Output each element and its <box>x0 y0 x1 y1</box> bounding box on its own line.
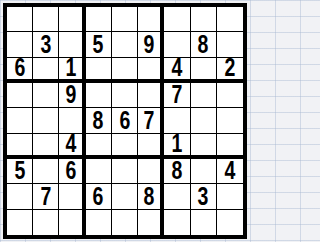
cell-r1c8[interactable] <box>191 7 217 32</box>
given-digit: 7 <box>40 184 51 209</box>
given-digit: 1 <box>172 134 183 158</box>
given-digit: 6 <box>14 58 25 82</box>
cell-r8c5[interactable] <box>112 184 138 209</box>
cell-r7c6[interactable] <box>138 159 164 184</box>
cell-r5c4[interactable]: 8 <box>86 108 112 133</box>
cell-r3c3[interactable]: 1 <box>59 58 85 83</box>
given-digit: 5 <box>14 159 25 184</box>
cell-r5c5[interactable]: 6 <box>112 108 138 133</box>
given-digit: 6 <box>93 184 104 209</box>
cell-r9c2[interactable] <box>33 210 59 235</box>
cell-r9c4[interactable] <box>86 210 112 235</box>
cell-r8c7[interactable] <box>164 184 190 209</box>
cell-r1c7[interactable] <box>164 7 190 32</box>
cell-r6c4[interactable] <box>86 134 112 159</box>
cell-r3c4[interactable] <box>86 58 112 83</box>
cell-r4c7[interactable]: 7 <box>164 83 190 108</box>
given-digit: 8 <box>172 159 183 184</box>
cell-r9c5[interactable] <box>112 210 138 235</box>
cell-r5c9[interactable] <box>217 108 243 133</box>
cell-r8c3[interactable] <box>59 184 85 209</box>
cell-r4c8[interactable] <box>191 83 217 108</box>
cell-r5c6[interactable]: 7 <box>138 108 164 133</box>
cell-r4c2[interactable] <box>33 83 59 108</box>
cell-r3c9[interactable]: 2 <box>217 58 243 83</box>
given-digit: 8 <box>93 108 104 133</box>
given-digit: 6 <box>119 108 130 133</box>
cell-r9c8[interactable] <box>191 210 217 235</box>
cell-r9c6[interactable] <box>138 210 164 235</box>
cell-r5c7[interactable] <box>164 108 190 133</box>
cell-r7c7[interactable]: 8 <box>164 159 190 184</box>
cell-r7c4[interactable] <box>86 159 112 184</box>
given-digit: 4 <box>172 58 183 82</box>
cell-r7c8[interactable] <box>191 159 217 184</box>
cell-r6c7[interactable]: 1 <box>164 134 190 159</box>
given-digit: 5 <box>93 32 104 57</box>
given-digit: 4 <box>224 159 235 184</box>
cell-r4c4[interactable] <box>86 83 112 108</box>
cell-r4c5[interactable] <box>112 83 138 108</box>
cell-r2c4[interactable]: 5 <box>86 32 112 57</box>
given-digit: 3 <box>198 184 209 209</box>
cell-r9c3[interactable] <box>59 210 85 235</box>
cell-r6c3[interactable]: 4 <box>59 134 85 159</box>
given-digit: 1 <box>65 58 76 82</box>
sudoku-board: 35986142978674156847683 <box>3 3 247 239</box>
cell-r2c8[interactable]: 8 <box>191 32 217 57</box>
cell-r1c9[interactable] <box>217 7 243 32</box>
cell-r7c3[interactable]: 6 <box>59 159 85 184</box>
cell-r9c9[interactable] <box>217 210 243 235</box>
cell-r7c2[interactable] <box>33 159 59 184</box>
cell-r6c1[interactable] <box>7 134 33 159</box>
cell-r7c5[interactable] <box>112 159 138 184</box>
cell-r6c5[interactable] <box>112 134 138 159</box>
given-digit: 6 <box>65 159 76 184</box>
cell-r2c7[interactable] <box>164 32 190 57</box>
cell-r2c3[interactable] <box>59 32 85 57</box>
cell-r4c3[interactable]: 9 <box>59 83 85 108</box>
given-digit: 9 <box>65 83 76 108</box>
cell-r1c4[interactable] <box>86 7 112 32</box>
given-digit: 9 <box>144 32 155 57</box>
cell-r1c5[interactable] <box>112 7 138 32</box>
cell-r8c6[interactable]: 8 <box>138 184 164 209</box>
cell-r1c2[interactable] <box>33 7 59 32</box>
given-digit: 3 <box>40 32 51 57</box>
cell-r3c8[interactable] <box>191 58 217 83</box>
cell-r9c7[interactable] <box>164 210 190 235</box>
cell-r6c8[interactable] <box>191 134 217 159</box>
cell-r2c1[interactable] <box>7 32 33 57</box>
cell-r2c2[interactable]: 3 <box>33 32 59 57</box>
cell-r5c2[interactable] <box>33 108 59 133</box>
cell-r2c5[interactable] <box>112 32 138 57</box>
cell-r1c1[interactable] <box>7 7 33 32</box>
cell-r8c9[interactable] <box>217 184 243 209</box>
cell-r3c7[interactable]: 4 <box>164 58 190 83</box>
cell-r8c4[interactable]: 6 <box>86 184 112 209</box>
cell-r3c5[interactable] <box>112 58 138 83</box>
cell-r7c9[interactable]: 4 <box>217 159 243 184</box>
cell-r3c1[interactable]: 6 <box>7 58 33 83</box>
cell-r8c2[interactable]: 7 <box>33 184 59 209</box>
cell-r2c9[interactable] <box>217 32 243 57</box>
given-digit: 7 <box>172 83 183 108</box>
given-digit: 8 <box>144 184 155 209</box>
cell-r5c1[interactable] <box>7 108 33 133</box>
given-digit: 8 <box>198 32 209 57</box>
cell-r9c1[interactable] <box>7 210 33 235</box>
cell-r3c2[interactable] <box>33 58 59 83</box>
cell-r8c8[interactable]: 3 <box>191 184 217 209</box>
cell-r3c6[interactable] <box>138 58 164 83</box>
cell-r8c1[interactable] <box>7 184 33 209</box>
cell-r5c3[interactable] <box>59 108 85 133</box>
cell-r6c9[interactable] <box>217 134 243 159</box>
given-digit: 7 <box>144 108 155 133</box>
cell-r6c6[interactable] <box>138 134 164 159</box>
given-digit: 4 <box>65 134 76 158</box>
cell-r4c9[interactable] <box>217 83 243 108</box>
cell-r4c6[interactable] <box>138 83 164 108</box>
cell-r5c8[interactable] <box>191 108 217 133</box>
cell-r2c6[interactable]: 9 <box>138 32 164 57</box>
cell-r1c3[interactable] <box>59 7 85 32</box>
cell-r4c1[interactable] <box>7 83 33 108</box>
cell-r7c1[interactable]: 5 <box>7 159 33 184</box>
given-digit: 2 <box>224 58 235 82</box>
cell-r1c6[interactable] <box>138 7 164 32</box>
cell-r6c2[interactable] <box>33 134 59 159</box>
